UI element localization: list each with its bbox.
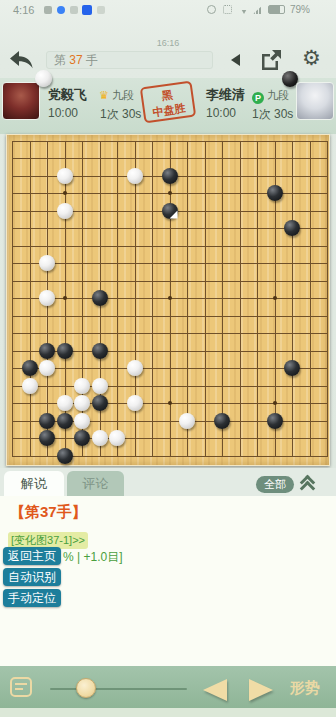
last-move-marker	[169, 210, 178, 219]
cloud-app-icon	[82, 5, 92, 15]
black-byoyomi: 1次 30s	[252, 106, 293, 123]
black-stone-D3	[57, 413, 73, 429]
white-stone-D4	[57, 395, 73, 411]
gear-icon: ⚙	[302, 46, 321, 69]
grid-line	[257, 141, 258, 457]
move-slider-track[interactable]	[50, 688, 187, 690]
white-stone-G2	[109, 430, 125, 446]
grid-line	[12, 386, 328, 387]
black-player-avatar	[296, 82, 334, 120]
notification-icon	[70, 6, 78, 14]
white-byoyomi: 1次 30s	[100, 106, 141, 123]
crown-icon: ♛	[99, 89, 109, 101]
black-stone-K17	[162, 168, 178, 184]
move-prefix: 第	[54, 53, 66, 67]
white-stone-C10	[39, 290, 55, 306]
grid-line	[12, 368, 328, 369]
black-stone-F7	[92, 343, 108, 359]
black-stone-R6	[284, 360, 300, 376]
white-stone-C12	[39, 255, 55, 271]
auto-recognize-button[interactable]: 自动识别	[3, 568, 61, 586]
white-player-avatar	[2, 82, 40, 120]
black-player-name: 李维清	[206, 86, 245, 104]
move-suffix: 手	[86, 53, 98, 67]
grid-line	[310, 141, 311, 457]
tab-bar: 解说 评论 全部	[0, 468, 336, 496]
back-arrow-icon	[8, 50, 34, 70]
bottom-strip	[0, 708, 336, 717]
white-stone-D15	[57, 203, 73, 219]
players-bar: 党毅飞 ♛ 九段 10:00 1次 30s 黑 中盘胜 李维清 P 九段 10:…	[0, 78, 336, 134]
result-stamp: 黑 中盘胜	[140, 81, 197, 124]
black-stone-K15	[162, 203, 178, 219]
white-player-rank: ♛ 九段	[99, 88, 134, 103]
black-stone-D7	[57, 343, 73, 359]
white-stone-D17	[57, 168, 73, 184]
app-screen: 4:16 79% 16:16 第 37 手 ⚙ 党毅飞 ♛	[0, 0, 336, 728]
wifi-icon	[239, 5, 249, 14]
move-slider-knob[interactable]	[76, 678, 96, 698]
comment-bubble-icon[interactable]	[10, 677, 32, 697]
settings-button[interactable]: ⚙	[302, 46, 321, 70]
move-number: 37	[69, 53, 82, 67]
black-stone-N3	[214, 413, 230, 429]
status-time: 4:16	[13, 4, 34, 16]
white-stone-F5	[92, 378, 108, 394]
gesture-bar[interactable]	[0, 717, 336, 728]
grid-line	[327, 141, 328, 457]
grid-line	[12, 316, 328, 317]
white-main-time: 10:00	[48, 106, 78, 120]
analysis-text: % | +1.0目]	[63, 549, 122, 566]
grid-line	[187, 141, 188, 457]
star-point	[168, 296, 172, 300]
all-filter-pill[interactable]: 全部	[256, 476, 294, 493]
white-stone-indicator	[35, 70, 52, 87]
notification-app-icon	[44, 6, 52, 14]
black-stone-D1	[57, 448, 73, 464]
status-bar: 4:16 79%	[0, 0, 336, 20]
white-player-name: 党毅飞	[48, 86, 87, 104]
star-point	[168, 191, 172, 195]
grid-line	[205, 141, 206, 457]
playback-toolbar: 形势	[0, 666, 336, 708]
collapse-left-icon[interactable]	[231, 54, 240, 66]
nfc-icon	[223, 5, 232, 14]
black-stone-F10	[92, 290, 108, 306]
black-stone-C7	[39, 343, 55, 359]
white-stone-H17	[127, 168, 143, 184]
white-stone-L3	[179, 413, 195, 429]
grid-line	[240, 141, 241, 457]
white-stone-F2	[92, 430, 108, 446]
notification-icon-2	[97, 6, 105, 14]
next-move-button[interactable]	[249, 679, 273, 701]
star-point	[273, 296, 277, 300]
black-player-rank: P 九段	[252, 88, 289, 104]
star-point	[273, 401, 277, 405]
header-clock: 16:16	[0, 38, 336, 48]
white-stone-H4	[127, 395, 143, 411]
messenger-icon	[57, 6, 65, 14]
star-point	[63, 191, 67, 195]
tab-comments[interactable]: 评论	[67, 471, 124, 496]
grid-line	[12, 438, 328, 439]
battery-percent: 79%	[290, 4, 310, 15]
black-stone-R14	[284, 220, 300, 236]
move-title: 【第37手】	[10, 503, 87, 522]
back-button[interactable]	[8, 50, 34, 70]
black-stone-F4	[92, 395, 108, 411]
grid-line	[222, 141, 223, 457]
white-stone-E3	[74, 413, 90, 429]
white-stone-H6	[127, 360, 143, 376]
tab-commentary[interactable]: 解说	[4, 471, 64, 496]
pro-badge-icon: P	[252, 92, 264, 104]
go-board[interactable]	[6, 134, 330, 466]
black-stone-C3	[39, 413, 55, 429]
black-stone-Q16	[267, 185, 283, 201]
battery-icon	[268, 5, 285, 14]
commentary-panel: 【第37手】 [变化图37-1]>> % | +1.0目] 返回主页 自动识别 …	[0, 496, 336, 666]
white-stone-C6	[39, 360, 55, 376]
previous-move-button[interactable]	[203, 679, 227, 701]
black-stone-C2	[39, 430, 55, 446]
black-stone-E2	[74, 430, 90, 446]
black-stone-B6	[22, 360, 38, 376]
star-point	[168, 401, 172, 405]
white-stone-E5	[74, 378, 90, 394]
share-button[interactable]	[260, 50, 282, 74]
white-stone-B5	[22, 378, 38, 394]
black-main-time: 10:00	[206, 106, 236, 120]
white-stone-E4	[74, 395, 90, 411]
grid-line	[12, 333, 328, 334]
star-point	[63, 296, 67, 300]
manual-position-button[interactable]: 手动定位	[3, 589, 61, 607]
return-home-button[interactable]: 返回主页	[3, 547, 61, 565]
alarm-icon	[207, 5, 216, 14]
situation-button[interactable]: 形势	[290, 679, 320, 698]
signal-icon	[253, 5, 263, 14]
move-number-box[interactable]: 第 37 手	[46, 51, 213, 69]
grid-line	[292, 141, 293, 457]
black-stone-Q3	[267, 413, 283, 429]
share-icon	[260, 50, 282, 70]
